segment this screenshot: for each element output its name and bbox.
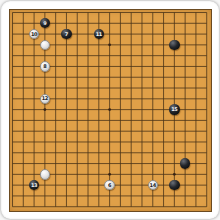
move-number-label: 12 [42,96,48,101]
move-number-label: 14 [150,183,156,188]
star-point [173,173,176,176]
move-number-label: 9 [43,21,46,26]
stone-black-Q3 [169,180,179,190]
move-number-label: 15 [171,107,177,112]
stone-black-F17: 7 [61,29,71,39]
stone-black-R5 [180,158,190,168]
go-board[interactable]: 6789101112131415 [9,9,212,212]
stone-black-Q10: 15 [169,104,179,114]
stone-white-D16 [40,40,50,50]
stone-white-D4 [40,169,50,179]
stone-white-D11: 12 [40,94,50,104]
stone-white-D14: 8 [40,61,50,71]
star-point [108,173,111,176]
move-number-label: 13 [31,183,37,188]
move-number-label: 6 [108,183,111,188]
move-number-label: 11 [96,32,102,37]
move-number-label: 8 [43,64,46,69]
go-diagram-screenshot: 6789101112131415 [0,0,220,220]
stone-black-Q16 [169,40,179,50]
star-point [108,43,111,46]
board-photo-frame: 6789101112131415 [1,1,219,219]
star-point [108,108,111,111]
move-number-label: 7 [65,32,68,37]
star-point [43,108,46,111]
move-number-label: 10 [31,32,37,37]
stone-white-K3: 6 [104,180,114,190]
